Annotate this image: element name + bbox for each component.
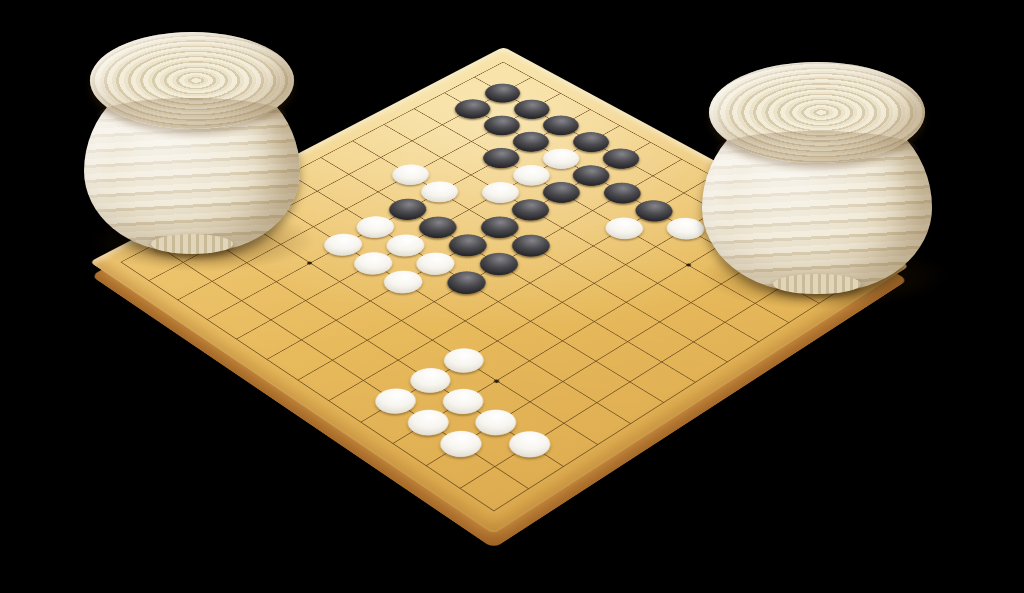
stone-bowl-left-foot [151, 234, 233, 254]
stone-bowl-right-foot [773, 274, 860, 295]
stone-bowl-left [84, 32, 300, 252]
hoshi-point [306, 261, 313, 265]
stone-white [500, 426, 558, 463]
stone-black [440, 267, 494, 299]
photo-canvas: { "game": "go", "description": "Overhead… [0, 0, 1024, 593]
stone-bowl-right-lid-rim [716, 131, 918, 168]
stone-white [367, 384, 424, 420]
stone-white [436, 343, 492, 377]
stone-bowl-left-lid-rim [97, 98, 287, 133]
stone-white [467, 405, 525, 441]
stone-white [376, 266, 430, 298]
stone-white [399, 404, 457, 440]
stone-white [402, 363, 459, 398]
grid-line [289, 174, 664, 403]
hoshi-point [685, 263, 692, 267]
stone-white [434, 384, 491, 420]
grid-line [120, 262, 494, 512]
stone-white [432, 426, 490, 463]
grid-line [155, 244, 529, 489]
hoshi-point [493, 379, 500, 384]
stone-bowl-right [702, 62, 932, 292]
